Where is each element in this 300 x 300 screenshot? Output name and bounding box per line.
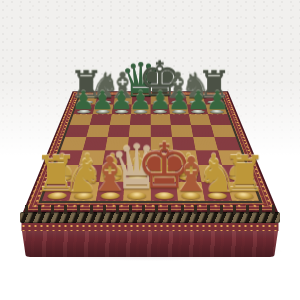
square-e6 [150, 114, 170, 125]
square-b6 [89, 114, 111, 125]
piece-white-rook: ♜ [222, 149, 267, 199]
box-front-face [22, 231, 278, 257]
square-e7: ♟ [150, 105, 169, 115]
board-squares: ♜♞♝♛♚♝♞♜♟♟♟♟♟♟♟♟♟♟♟♟♟♟♟♟♜♞♝♛♚♝♞♜ [38, 95, 262, 203]
square-f7: ♟ [168, 105, 188, 115]
square-h5 [211, 125, 236, 137]
square-f6 [169, 114, 190, 125]
square-d6 [130, 114, 150, 125]
photo-stage: ♜♞♝♛♚♝♞♜♟♟♟♟♟♟♟♟♟♟♟♟♟♟♟♟♜♞♝♛♚♝♞♜ [0, 0, 300, 300]
square-g7: ♟ [187, 105, 208, 115]
square-c6 [110, 114, 131, 125]
square-d7: ♟ [131, 105, 150, 115]
board-scene: ♜♞♝♛♚♝♞♜♟♟♟♟♟♟♟♟♟♟♟♟♟♟♟♟♜♞♝♛♚♝♞♜ [23, 0, 278, 212]
square-h7: ♟ [205, 105, 227, 115]
square-h6 [208, 114, 231, 125]
square-h1: ♜ [226, 182, 258, 201]
chess-board: ♜♞♝♛♚♝♞♜♟♟♟♟♟♟♟♟♟♟♟♟♟♟♟♟♜♞♝♛♚♝♞♜ [23, 91, 278, 212]
square-b5 [86, 125, 109, 137]
square-g6 [188, 114, 210, 125]
stud-trim [25, 205, 275, 214]
gold-speckle-trim [22, 223, 279, 231]
piece-black-pawn: ♟ [205, 87, 228, 113]
